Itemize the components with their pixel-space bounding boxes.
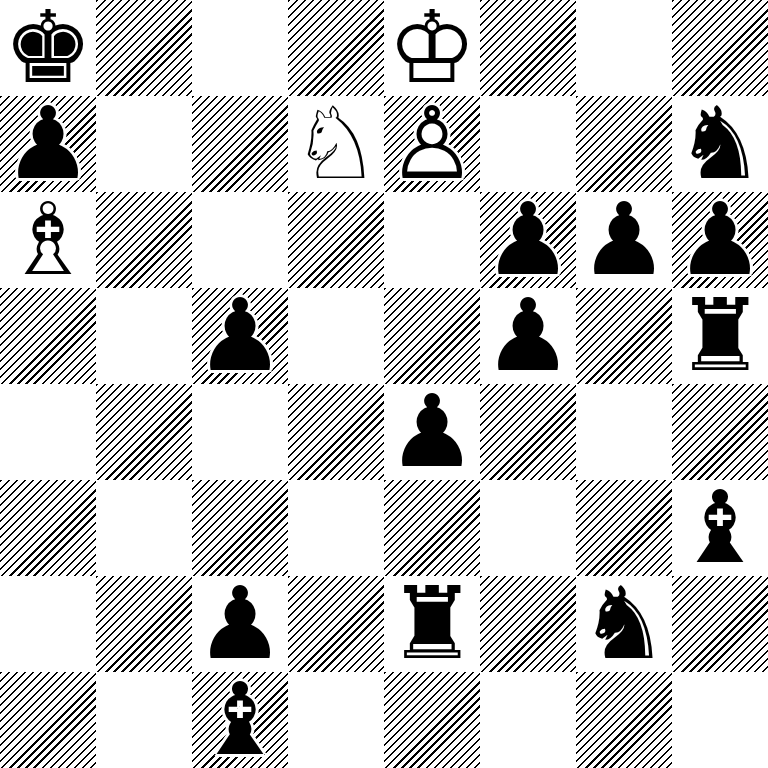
square-c2[interactable]: ♟♟ [192, 576, 288, 672]
square-f8[interactable] [480, 0, 576, 96]
square-h1[interactable] [672, 672, 768, 768]
black-bishop-piece: ♝♝ [192, 672, 288, 768]
square-e6[interactable] [384, 192, 480, 288]
square-g7[interactable] [576, 96, 672, 192]
piece-glyph: ♗ [0, 192, 96, 288]
square-h7[interactable]: ♞♞ [672, 96, 768, 192]
black-rook-piece: ♜♜ [672, 288, 768, 384]
square-f6[interactable]: ♟♟ [480, 192, 576, 288]
square-c3[interactable] [192, 480, 288, 576]
square-d6[interactable] [288, 192, 384, 288]
square-f2[interactable] [480, 576, 576, 672]
piece-glyph: ♞ [576, 576, 672, 672]
piece-glyph: ♟ [672, 192, 768, 288]
black-king-piece: ♚♚ [0, 0, 96, 96]
square-e5[interactable] [384, 288, 480, 384]
piece-glyph: ♟ [576, 192, 672, 288]
piece-glyph: ♟ [480, 288, 576, 384]
square-g6[interactable]: ♟♟ [576, 192, 672, 288]
black-pawn-piece: ♟♟ [480, 288, 576, 384]
piece-glyph: ♙ [384, 96, 480, 192]
square-e7[interactable]: ♟♙ [384, 96, 480, 192]
square-b1[interactable] [96, 672, 192, 768]
square-a3[interactable] [0, 480, 96, 576]
square-d4[interactable] [288, 384, 384, 480]
piece-glyph: ♟ [384, 384, 480, 480]
square-a7[interactable]: ♟♟ [0, 96, 96, 192]
piece-glyph: ♘ [288, 96, 384, 192]
square-f7[interactable] [480, 96, 576, 192]
square-e2[interactable]: ♜♜ [384, 576, 480, 672]
white-pawn-piece: ♟♙ [384, 96, 480, 192]
black-bishop-piece: ♝♝ [672, 480, 768, 576]
square-a4[interactable] [0, 384, 96, 480]
square-c4[interactable] [192, 384, 288, 480]
square-d2[interactable] [288, 576, 384, 672]
piece-glyph: ♜ [672, 288, 768, 384]
black-pawn-piece: ♟♟ [672, 192, 768, 288]
square-e4[interactable]: ♟♟ [384, 384, 480, 480]
square-h2[interactable] [672, 576, 768, 672]
black-pawn-piece: ♟♟ [0, 96, 96, 192]
black-pawn-piece: ♟♟ [192, 288, 288, 384]
square-h5[interactable]: ♜♜ [672, 288, 768, 384]
square-e8[interactable]: ♚♔ [384, 0, 480, 96]
square-d8[interactable] [288, 0, 384, 96]
square-h3[interactable]: ♝♝ [672, 480, 768, 576]
black-pawn-piece: ♟♟ [480, 192, 576, 288]
square-d1[interactable] [288, 672, 384, 768]
square-h6[interactable]: ♟♟ [672, 192, 768, 288]
piece-glyph: ♟ [192, 576, 288, 672]
square-g1[interactable] [576, 672, 672, 768]
square-e3[interactable] [384, 480, 480, 576]
black-pawn-piece: ♟♟ [576, 192, 672, 288]
piece-glyph: ♝ [672, 480, 768, 576]
square-e1[interactable] [384, 672, 480, 768]
square-g3[interactable] [576, 480, 672, 576]
square-f4[interactable] [480, 384, 576, 480]
square-g8[interactable] [576, 0, 672, 96]
piece-glyph: ♟ [0, 96, 96, 192]
square-a1[interactable] [0, 672, 96, 768]
white-knight-piece: ♞♘ [288, 96, 384, 192]
square-f3[interactable] [480, 480, 576, 576]
square-c6[interactable] [192, 192, 288, 288]
chess-board: ♚♚♚♔♟♟♞♘♟♙♞♞♝♗♟♟♟♟♟♟♟♟♟♟♜♜♟♟♝♝♟♟♜♜♞♞♝♝ [0, 0, 768, 768]
square-f5[interactable]: ♟♟ [480, 288, 576, 384]
piece-glyph: ♝ [192, 672, 288, 768]
square-a8[interactable]: ♚♚ [0, 0, 96, 96]
white-bishop-piece: ♝♗ [0, 192, 96, 288]
square-g4[interactable] [576, 384, 672, 480]
square-f1[interactable] [480, 672, 576, 768]
black-pawn-piece: ♟♟ [192, 576, 288, 672]
black-pawn-piece: ♟♟ [384, 384, 480, 480]
piece-glyph: ♞ [672, 96, 768, 192]
square-d5[interactable] [288, 288, 384, 384]
square-b8[interactable] [96, 0, 192, 96]
piece-glyph: ♔ [384, 0, 480, 96]
square-b7[interactable] [96, 96, 192, 192]
square-c1[interactable]: ♝♝ [192, 672, 288, 768]
square-g2[interactable]: ♞♞ [576, 576, 672, 672]
white-king-piece: ♚♔ [384, 0, 480, 96]
square-b3[interactable] [96, 480, 192, 576]
square-a5[interactable] [0, 288, 96, 384]
square-c8[interactable] [192, 0, 288, 96]
black-rook-piece: ♜♜ [384, 576, 480, 672]
piece-glyph: ♟ [480, 192, 576, 288]
square-g5[interactable] [576, 288, 672, 384]
square-h4[interactable] [672, 384, 768, 480]
square-b5[interactable] [96, 288, 192, 384]
piece-glyph: ♟ [192, 288, 288, 384]
black-knight-piece: ♞♞ [576, 576, 672, 672]
square-a2[interactable] [0, 576, 96, 672]
black-knight-piece: ♞♞ [672, 96, 768, 192]
square-h8[interactable] [672, 0, 768, 96]
square-b6[interactable] [96, 192, 192, 288]
square-b2[interactable] [96, 576, 192, 672]
piece-glyph: ♚ [0, 0, 96, 96]
square-c5[interactable]: ♟♟ [192, 288, 288, 384]
square-c7[interactable] [192, 96, 288, 192]
square-a6[interactable]: ♝♗ [0, 192, 96, 288]
piece-glyph: ♜ [384, 576, 480, 672]
square-d7[interactable]: ♞♘ [288, 96, 384, 192]
square-b4[interactable] [96, 384, 192, 480]
square-d3[interactable] [288, 480, 384, 576]
